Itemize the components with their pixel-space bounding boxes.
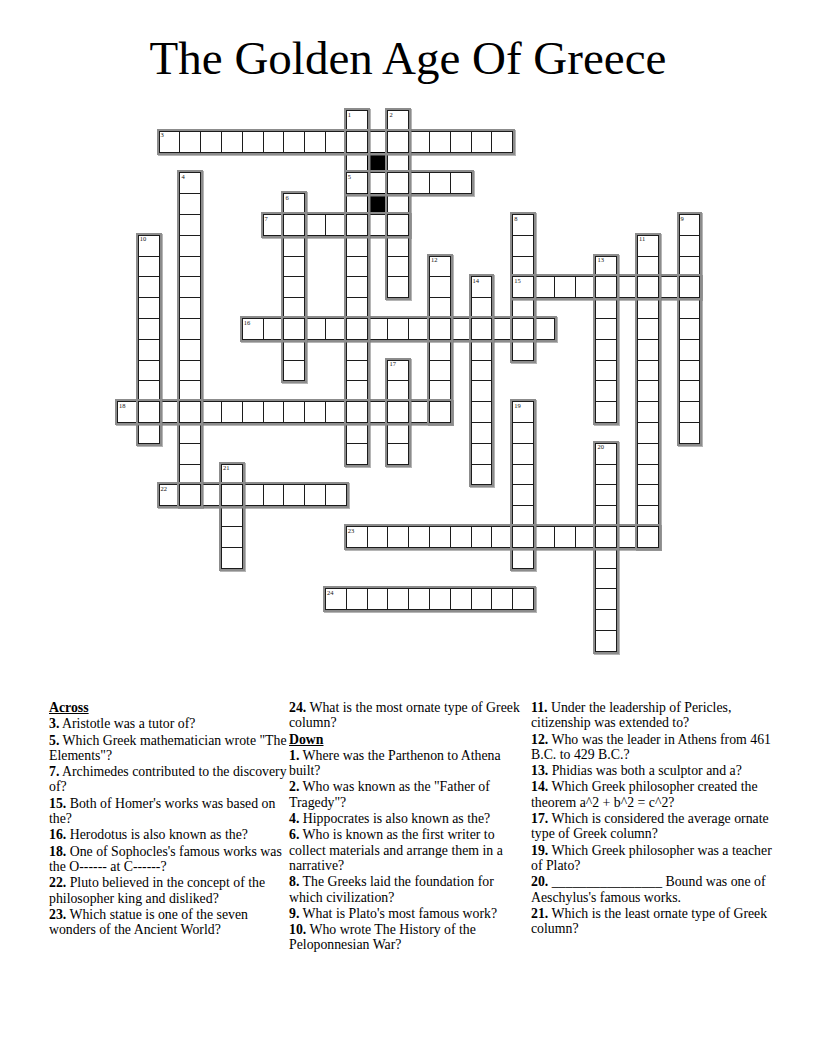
- grid-cell[interactable]: [679, 318, 701, 340]
- grid-cell[interactable]: [242, 318, 264, 340]
- grid-cell[interactable]: [138, 256, 160, 278]
- grid-cell[interactable]: [679, 297, 701, 319]
- grid-cell[interactable]: [450, 318, 472, 340]
- grid-cell[interactable]: [679, 235, 701, 257]
- grid-cell[interactable]: [679, 422, 701, 444]
- grid-cell[interactable]: [325, 214, 347, 236]
- grid-cell[interactable]: [263, 484, 285, 506]
- grid-cell[interactable]: [200, 484, 222, 506]
- grid-cell[interactable]: [637, 464, 659, 486]
- grid-cell[interactable]: [346, 276, 368, 298]
- grid-cell[interactable]: [387, 276, 409, 298]
- grid-cell[interactable]: [616, 276, 638, 298]
- grid-cell[interactable]: [346, 131, 368, 153]
- clue-5: 5. Which Greek mathematician wrote "The …: [49, 733, 287, 764]
- grid-cell[interactable]: [138, 297, 160, 319]
- grid-cell[interactable]: [138, 276, 160, 298]
- grid-cell[interactable]: [138, 235, 160, 257]
- grid-cell[interactable]: [491, 131, 513, 153]
- grid-cell[interactable]: [637, 443, 659, 465]
- grid-cell[interactable]: [179, 443, 201, 465]
- grid-cell[interactable]: [512, 588, 534, 610]
- grid-cell[interactable]: [387, 588, 409, 610]
- grid-cell[interactable]: [179, 484, 201, 506]
- grid-cell[interactable]: [595, 443, 617, 465]
- grid-cell[interactable]: [512, 235, 534, 257]
- grid-cell[interactable]: [679, 276, 701, 298]
- clue-number-label: 9.: [289, 906, 299, 921]
- grid-cell[interactable]: [346, 256, 368, 278]
- grid-cell[interactable]: [138, 339, 160, 361]
- grid-cell[interactable]: [491, 526, 513, 548]
- clue-20: 20. ________________ Bound was one of Ae…: [531, 874, 775, 905]
- clue-number-label: 15.: [49, 796, 66, 811]
- grid-cell[interactable]: [200, 401, 222, 423]
- grid-cell[interactable]: [387, 380, 409, 402]
- grid-cell[interactable]: [346, 297, 368, 319]
- grid-cell[interactable]: [387, 318, 409, 340]
- grid-cell[interactable]: [512, 401, 534, 423]
- grid-cell[interactable]: [595, 464, 617, 486]
- grid-cell[interactable]: [221, 401, 243, 423]
- clue-number-label: 24.: [289, 700, 306, 715]
- grid-cell[interactable]: [471, 422, 493, 444]
- clue-23: 23. Which statue is one of the seven won…: [49, 907, 287, 938]
- clues-column-3: 11. Under the leadership of Pericles, ci…: [531, 700, 775, 937]
- clue-8: 8. The Greeks laid the foundation for wh…: [289, 874, 527, 905]
- grid-cell[interactable]: [117, 401, 139, 423]
- grid-cell[interactable]: [429, 297, 451, 319]
- grid-cell[interactable]: [637, 380, 659, 402]
- grid-cell[interactable]: [221, 547, 243, 569]
- grid-cell[interactable]: [367, 401, 389, 423]
- grid-cell[interactable]: [512, 422, 534, 444]
- grid-cell[interactable]: [346, 193, 368, 215]
- grid-cell[interactable]: [408, 131, 430, 153]
- clue-number-label: 20.: [531, 874, 548, 889]
- clue-number-label: 22.: [49, 875, 66, 890]
- grid-cell[interactable]: [283, 339, 305, 361]
- grid-cell[interactable]: [595, 297, 617, 319]
- grid-cell[interactable]: [429, 172, 451, 194]
- grid-cell[interactable]: [637, 339, 659, 361]
- grid-cell[interactable]: [471, 380, 493, 402]
- grid-cell[interactable]: [179, 256, 201, 278]
- clue-17: 17. Which is considered the average orna…: [531, 811, 775, 842]
- clues-header-down: Down: [289, 732, 527, 747]
- grid-cell[interactable]: [658, 276, 680, 298]
- grid-cell[interactable]: [595, 360, 617, 382]
- grid-cell[interactable]: [346, 422, 368, 444]
- grid-cell[interactable]: [387, 526, 409, 548]
- clue-number-label: 19.: [531, 843, 548, 858]
- grid-cell[interactable]: [387, 401, 409, 423]
- grid-cell[interactable]: [387, 443, 409, 465]
- clues-header-across: Across: [49, 700, 287, 715]
- puzzle-title: The Golden Age Of Greece: [0, 34, 816, 83]
- grid-cell[interactable]: [304, 401, 326, 423]
- grid-cell[interactable]: [346, 339, 368, 361]
- grid-cell[interactable]: [138, 380, 160, 402]
- grid-cell[interactable]: [512, 214, 534, 236]
- grid-cell[interactable]: [159, 401, 181, 423]
- clue-number-label: 18.: [49, 844, 66, 859]
- grid-cell[interactable]: [387, 152, 409, 174]
- clue-4: 4. Hippocrates is also known as the?: [289, 811, 527, 826]
- grid-cell[interactable]: [179, 297, 201, 319]
- grid-cell[interactable]: [491, 318, 513, 340]
- clue-number-label: 2.: [289, 779, 299, 794]
- grid-cell[interactable]: [346, 235, 368, 257]
- grid-cell[interactable]: [179, 380, 201, 402]
- grid-cell[interactable]: [387, 422, 409, 444]
- clue-16: 16. Herodotus is also known as the?: [49, 827, 287, 842]
- grid-cell[interactable]: [367, 172, 389, 194]
- grid-cell[interactable]: [429, 276, 451, 298]
- grid-cell[interactable]: [263, 214, 285, 236]
- grid-cell[interactable]: [595, 588, 617, 610]
- grid-cell[interactable]: [491, 588, 513, 610]
- grid-cell[interactable]: [179, 360, 201, 382]
- grid-cell[interactable]: [346, 526, 368, 548]
- grid-cell[interactable]: [679, 339, 701, 361]
- grid-cell[interactable]: [575, 276, 597, 298]
- grid-cell[interactable]: [512, 276, 534, 298]
- grid-cell[interactable]: [179, 422, 201, 444]
- grid-cell[interactable]: [346, 360, 368, 382]
- clue-3: 3. Aristotle was a tutor of?: [49, 716, 287, 731]
- grid-cell[interactable]: [595, 609, 617, 631]
- clue-number-label: 13.: [531, 763, 548, 778]
- clue-14: 14. Which Greek philosopher created the …: [531, 779, 775, 810]
- grid-cell[interactable]: [283, 360, 305, 382]
- grid-cell[interactable]: [512, 547, 534, 569]
- grid-cell[interactable]: [471, 443, 493, 465]
- grid-cell[interactable]: [679, 380, 701, 402]
- clue-22: 22. Pluto believed in the concept of the…: [49, 875, 287, 906]
- clue-7: 7. Archimedes contributed to the discove…: [49, 764, 287, 795]
- clue-10: 10. Who wrote The History of the Pelopon…: [289, 922, 527, 953]
- grid-cell[interactable]: [138, 360, 160, 382]
- grid-cell[interactable]: [471, 131, 493, 153]
- grid-cell[interactable]: [637, 235, 659, 257]
- clue-19: 19. Which Greek philosopher was a teache…: [531, 843, 775, 874]
- grid-cell[interactable]: [346, 380, 368, 402]
- grid-cell[interactable]: [367, 131, 389, 153]
- grid-cell[interactable]: [408, 401, 430, 423]
- grid-cell[interactable]: [408, 526, 430, 548]
- grid-cell[interactable]: [200, 131, 222, 153]
- grid-cell[interactable]: [616, 526, 638, 548]
- grid-cell[interactable]: [387, 214, 409, 236]
- grid-cell[interactable]: [179, 172, 201, 194]
- grid-cell[interactable]: [346, 152, 368, 174]
- grid-cell[interactable]: [325, 484, 347, 506]
- grid-cell[interactable]: [679, 360, 701, 382]
- clue-6: 6. Who is known as the first writer to c…: [289, 827, 527, 873]
- clue-24: 24. What is the most ornate type of Gree…: [289, 700, 527, 731]
- grid-cell[interactable]: [429, 360, 451, 382]
- clue-number-label: 14.: [531, 779, 548, 794]
- clue-21: 21. Which is the least ornate type of Gr…: [531, 906, 775, 937]
- grid-cell[interactable]: [387, 235, 409, 257]
- grid-cell[interactable]: [283, 235, 305, 257]
- clue-2: 2. Who was known as the "Father of Trage…: [289, 779, 527, 810]
- grid-cell[interactable]: [637, 422, 659, 444]
- grid-cell[interactable]: [429, 380, 451, 402]
- clues-column-1: Across3. Aristotle was a tutor of?5. Whi…: [49, 700, 287, 938]
- grid-cell[interactable]: [346, 443, 368, 465]
- grid-cell[interactable]: [179, 276, 201, 298]
- clue-number-label: 3.: [49, 716, 59, 731]
- grid-cell[interactable]: [595, 256, 617, 278]
- grid-cell[interactable]: [595, 484, 617, 506]
- grid-cell[interactable]: [179, 131, 201, 153]
- grid-cell[interactable]: [283, 484, 305, 506]
- grid-cell[interactable]: [512, 464, 534, 486]
- grid-cell[interactable]: [263, 318, 285, 340]
- clue-12: 12. Who was the leader in Athens from 46…: [531, 732, 775, 763]
- grid-cell[interactable]: [679, 401, 701, 423]
- grid-cell[interactable]: [283, 276, 305, 298]
- grid-cell[interactable]: [512, 484, 534, 506]
- grid-cell[interactable]: [595, 276, 617, 298]
- grid-cell[interactable]: [408, 588, 430, 610]
- grid-cell[interactable]: [283, 318, 305, 340]
- grid-cell[interactable]: [304, 131, 326, 153]
- grid-cell[interactable]: [325, 318, 347, 340]
- grid-cell[interactable]: [429, 526, 451, 548]
- grid-cell[interactable]: [429, 339, 451, 361]
- grid-cell[interactable]: [159, 131, 181, 153]
- clue-number-label: 21.: [531, 906, 548, 921]
- clue-1: 1. Where was the Parthenon to Athena bui…: [289, 748, 527, 779]
- grid-cell[interactable]: [533, 526, 555, 548]
- grid-cell[interactable]: [637, 526, 659, 548]
- grid-cell[interactable]: [138, 422, 160, 444]
- grid-cell[interactable]: [304, 318, 326, 340]
- clue-18: 18. One of Sophocles's famous works was …: [49, 844, 287, 875]
- grid-cell[interactable]: [595, 547, 617, 569]
- grid-cell[interactable]: [346, 172, 368, 194]
- grid-cell[interactable]: [387, 256, 409, 278]
- grid-cell[interactable]: [471, 318, 493, 340]
- grid-cell[interactable]: [408, 172, 430, 194]
- grid-cell[interactable]: [242, 131, 264, 153]
- grid-cell[interactable]: [429, 401, 451, 423]
- grid-cell[interactable]: [429, 318, 451, 340]
- clue-number-label: 5.: [49, 733, 59, 748]
- grid-cell[interactable]: [471, 339, 493, 361]
- grid-cell[interactable]: [159, 484, 181, 506]
- grid-cell[interactable]: [512, 256, 534, 278]
- grid-cell[interactable]: [595, 318, 617, 340]
- grid-cell[interactable]: [346, 588, 368, 610]
- grid-cell[interactable]: [554, 276, 576, 298]
- clue-number-label: 1.: [289, 748, 299, 763]
- grid-cell[interactable]: [595, 505, 617, 527]
- grid-cell[interactable]: [179, 464, 201, 486]
- black-cell: [367, 152, 389, 174]
- grid-cell[interactable]: [283, 214, 305, 236]
- clue-15: 15. Both of Homer's works was based on t…: [49, 796, 287, 827]
- grid-cell[interactable]: [221, 131, 243, 153]
- grid-cell[interactable]: [512, 505, 534, 527]
- clue-11: 11. Under the leadership of Pericles, ci…: [531, 700, 775, 731]
- grid-cell[interactable]: [179, 193, 201, 215]
- grid-cell[interactable]: [367, 214, 389, 236]
- grid-cell[interactable]: [242, 484, 264, 506]
- grid-cell[interactable]: [595, 380, 617, 402]
- grid-cell[interactable]: [595, 526, 617, 548]
- clue-number-label: 17.: [531, 811, 548, 826]
- grid-cell[interactable]: [138, 401, 160, 423]
- grid-cell[interactable]: [283, 193, 305, 215]
- grid-cell[interactable]: [637, 297, 659, 319]
- grid-cell[interactable]: [242, 401, 264, 423]
- grid-cell[interactable]: [304, 214, 326, 236]
- grid-cell[interactable]: [512, 297, 534, 319]
- grid-cell[interactable]: [263, 131, 285, 153]
- grid-cell[interactable]: [595, 568, 617, 590]
- grid-cell[interactable]: [512, 339, 534, 361]
- grid-cell[interactable]: [637, 318, 659, 340]
- clue-number-label: 23.: [49, 907, 66, 922]
- grid-cell[interactable]: [637, 484, 659, 506]
- grid-cell[interactable]: [387, 172, 409, 194]
- grid-cell[interactable]: [179, 339, 201, 361]
- grid-cell[interactable]: [387, 193, 409, 215]
- grid-cell[interactable]: [679, 214, 701, 236]
- grid-cell[interactable]: [450, 172, 472, 194]
- grid-cell[interactable]: [533, 276, 555, 298]
- clue-9: 9. What is Plato's most famous work?: [289, 906, 527, 921]
- grid-cell[interactable]: [512, 526, 534, 548]
- grid-cell[interactable]: [408, 318, 430, 340]
- crossword-grid: 123456789101112131415161718192021222324: [117, 110, 700, 651]
- grid-cell[interactable]: [450, 588, 472, 610]
- grid-cell[interactable]: [221, 505, 243, 527]
- grid-cell[interactable]: [512, 318, 534, 340]
- grid-cell[interactable]: [283, 401, 305, 423]
- clue-number-label: 10.: [289, 922, 306, 937]
- grid-cell[interactable]: [138, 318, 160, 340]
- grid-cell[interactable]: [637, 401, 659, 423]
- grid-cell[interactable]: [512, 443, 534, 465]
- grid-cell[interactable]: [346, 318, 368, 340]
- grid-cell[interactable]: [283, 256, 305, 278]
- grid-cell[interactable]: [637, 505, 659, 527]
- grid-cell[interactable]: [595, 630, 617, 652]
- grid-cell[interactable]: [179, 214, 201, 236]
- grid-cell[interactable]: [533, 318, 555, 340]
- grid-cell[interactable]: [471, 276, 493, 298]
- grid-cell[interactable]: [387, 360, 409, 382]
- grid-cell[interactable]: [637, 276, 659, 298]
- clues-column-2: 24. What is the most ornate type of Gree…: [289, 700, 527, 954]
- grid-cell[interactable]: [367, 588, 389, 610]
- clue-number-label: 6.: [289, 827, 299, 842]
- grid-cell[interactable]: [221, 484, 243, 506]
- grid-cell[interactable]: [450, 526, 472, 548]
- grid-cell[interactable]: [387, 110, 409, 132]
- black-cell: [367, 193, 389, 215]
- grid-cell[interactable]: [346, 110, 368, 132]
- grid-cell[interactable]: [554, 526, 576, 548]
- grid-cell[interactable]: [325, 401, 347, 423]
- grid-cell[interactable]: [221, 464, 243, 486]
- clue-number-label: 16.: [49, 827, 66, 842]
- grid-cell[interactable]: [450, 131, 472, 153]
- clue-13: 13. Phidias was both a sculptor and a?: [531, 763, 775, 778]
- grid-cell[interactable]: [325, 131, 347, 153]
- grid-cell[interactable]: [471, 297, 493, 319]
- grid-cell[interactable]: [471, 401, 493, 423]
- grid-cell[interactable]: [471, 464, 493, 486]
- clue-number-label: 8.: [289, 874, 299, 889]
- grid-cell[interactable]: [283, 297, 305, 319]
- clue-number-label: 11.: [531, 700, 548, 715]
- grid-cell[interactable]: [595, 339, 617, 361]
- grid-cell[interactable]: [575, 526, 597, 548]
- grid-cell[interactable]: [679, 256, 701, 278]
- clue-number-label: 4.: [289, 811, 299, 826]
- grid-cell[interactable]: [471, 360, 493, 382]
- grid-cell[interactable]: [263, 401, 285, 423]
- grid-cell[interactable]: [471, 588, 493, 610]
- grid-cell[interactable]: [283, 131, 305, 153]
- grid-cell[interactable]: [471, 526, 493, 548]
- grid-cell[interactable]: [387, 131, 409, 153]
- grid-cell[interactable]: [221, 526, 243, 548]
- grid-cell[interactable]: [637, 256, 659, 278]
- grid-cell[interactable]: [429, 131, 451, 153]
- grid-cell[interactable]: [179, 235, 201, 257]
- grid-cell[interactable]: [346, 214, 368, 236]
- grid-cell[interactable]: [325, 588, 347, 610]
- clue-number-label: 12.: [531, 732, 548, 747]
- grid-cell[interactable]: [367, 526, 389, 548]
- grid-cell[interactable]: [595, 401, 617, 423]
- grid-cell[interactable]: [179, 401, 201, 423]
- grid-cell[interactable]: [367, 318, 389, 340]
- grid-cell[interactable]: [637, 360, 659, 382]
- grid-cell[interactable]: [304, 484, 326, 506]
- grid-cell[interactable]: [346, 401, 368, 423]
- grid-cell[interactable]: [179, 318, 201, 340]
- clue-number-label: 7.: [49, 764, 59, 779]
- grid-cell[interactable]: [429, 588, 451, 610]
- grid-cell[interactable]: [429, 256, 451, 278]
